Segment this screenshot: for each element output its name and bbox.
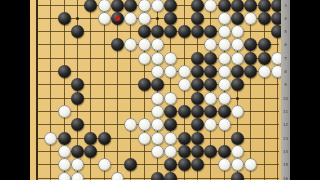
coordinate-label: 16 (281, 176, 290, 180)
go-stone-black[interactable] (164, 12, 177, 25)
go-stone-white[interactable] (151, 38, 164, 51)
hoshi-point (236, 97, 239, 100)
go-stone-white[interactable] (164, 92, 177, 105)
go-stone-black[interactable] (231, 12, 244, 25)
go-stone-black[interactable] (191, 145, 204, 158)
go-stone-black[interactable] (258, 12, 271, 25)
go-stone-black[interactable] (191, 105, 204, 118)
go-stone-white[interactable] (218, 25, 231, 38)
go-stone-black[interactable] (71, 25, 84, 38)
go-stone-white[interactable] (164, 65, 177, 78)
coordinate-label: 11 (281, 109, 290, 114)
go-stone-white[interactable] (58, 158, 71, 171)
letterbox-left (0, 0, 30, 180)
coordinate-label: 7 (281, 56, 290, 61)
go-stone-white[interactable] (218, 78, 231, 91)
go-stone-black[interactable] (111, 38, 124, 51)
go-stone-white[interactable] (151, 0, 164, 12)
go-stone-black[interactable] (164, 172, 177, 180)
go-stone-white[interactable] (138, 132, 151, 145)
go-stone-white[interactable] (178, 78, 191, 91)
go-stone-white[interactable] (164, 52, 177, 65)
go-stone-black[interactable] (84, 132, 97, 145)
go-stone-black[interactable] (178, 105, 191, 118)
go-stone-black[interactable] (231, 132, 244, 145)
go-stone-white[interactable] (151, 118, 164, 131)
go-stone-white[interactable] (218, 92, 231, 105)
go-stone-black[interactable] (231, 0, 244, 12)
go-stone-black[interactable] (58, 132, 71, 145)
go-stone-black[interactable] (58, 12, 71, 25)
go-stone-black[interactable] (204, 65, 217, 78)
coordinate-strip: 345678910111213141516 (281, 0, 290, 180)
go-stone-black[interactable] (191, 0, 204, 12)
go-stone-white[interactable] (231, 158, 244, 171)
go-stone-white[interactable] (138, 38, 151, 51)
go-stone-black[interactable] (191, 158, 204, 171)
go-stone-black[interactable] (204, 25, 217, 38)
go-stone-black[interactable] (58, 65, 71, 78)
go-stone-black[interactable] (218, 105, 231, 118)
go-stone-black[interactable] (191, 92, 204, 105)
go-stone-black[interactable] (178, 158, 191, 171)
go-stone-black[interactable] (244, 65, 257, 78)
go-game-screenshot: 345678910111213141516 (0, 0, 320, 180)
go-stone-black[interactable] (138, 78, 151, 91)
go-stone-black[interactable] (98, 132, 111, 145)
go-stone-white[interactable] (204, 92, 217, 105)
go-stone-black[interactable] (124, 158, 137, 171)
go-stone-white[interactable] (71, 172, 84, 180)
go-stone-white[interactable] (151, 105, 164, 118)
go-stone-white[interactable] (231, 38, 244, 51)
go-stone-white[interactable] (111, 172, 124, 180)
go-stone-black[interactable] (164, 118, 177, 131)
go-stone-black[interactable] (71, 118, 84, 131)
go-stone-white[interactable] (218, 118, 231, 131)
go-stone-white[interactable] (164, 145, 177, 158)
go-stone-black[interactable] (164, 25, 177, 38)
go-stone-black[interactable] (191, 52, 204, 65)
go-stone-white[interactable] (58, 172, 71, 180)
go-stone-white[interactable] (124, 38, 137, 51)
go-stone-black[interactable] (191, 65, 204, 78)
go-stone-black[interactable] (84, 0, 97, 12)
go-stone-black[interactable] (231, 78, 244, 91)
go-stone-white[interactable] (231, 25, 244, 38)
go-stone-white[interactable] (218, 52, 231, 65)
go-stone-black[interactable] (151, 25, 164, 38)
go-stone-black[interactable] (191, 118, 204, 131)
go-stone-white[interactable] (71, 158, 84, 171)
go-stone-black[interactable] (191, 132, 204, 145)
board-gridline-v (36, 0, 38, 180)
letterbox-right (290, 0, 320, 180)
coordinate-label: 12 (281, 122, 290, 127)
go-stone-white[interactable] (231, 145, 244, 158)
go-stone-white[interactable] (98, 158, 111, 171)
go-stone-white[interactable] (124, 118, 137, 131)
go-stone-white[interactable] (231, 105, 244, 118)
go-stone-white[interactable] (178, 65, 191, 78)
coordinate-label: 6 (281, 42, 290, 47)
go-stone-black[interactable] (178, 145, 191, 158)
coordinate-label: 14 (281, 149, 290, 154)
go-stone-black[interactable] (151, 78, 164, 91)
go-stone-white[interactable] (138, 118, 151, 131)
hoshi-point (76, 17, 79, 20)
go-stone-black[interactable] (258, 38, 271, 51)
coordinate-label: 8 (281, 69, 290, 74)
coordinate-label: 5 (281, 29, 290, 34)
go-stone-white[interactable] (164, 132, 177, 145)
last-move-marker (115, 16, 120, 21)
go-stone-white[interactable] (98, 0, 111, 12)
go-stone-white[interactable] (244, 12, 257, 25)
go-stone-black[interactable] (164, 158, 177, 171)
go-stone-white[interactable] (98, 12, 111, 25)
go-stone-white[interactable] (124, 12, 137, 25)
coordinate-label: 9 (281, 82, 290, 87)
coordinate-label: 13 (281, 136, 290, 141)
hoshi-point (156, 17, 159, 20)
go-stone-white[interactable] (44, 132, 57, 145)
go-stone-white[interactable] (204, 38, 217, 51)
board-gridline-v (250, 0, 251, 180)
go-stone-black[interactable] (204, 78, 217, 91)
board-gridline-v (130, 0, 131, 180)
go-stone-black[interactable] (164, 0, 177, 12)
board-gridline-v (117, 0, 118, 180)
go-stone-black[interactable] (218, 0, 231, 12)
go-stone-black[interactable] (71, 92, 84, 105)
go-stone-black[interactable] (164, 105, 177, 118)
go-stone-white[interactable] (218, 65, 231, 78)
go-stone-black[interactable] (138, 25, 151, 38)
go-stone-black[interactable] (151, 172, 164, 180)
go-stone-black[interactable] (124, 0, 137, 12)
go-stone-black[interactable] (204, 52, 217, 65)
go-stone-black[interactable] (258, 52, 271, 65)
board-gridline-v (104, 0, 105, 180)
go-stone-white[interactable] (218, 12, 231, 25)
go-stone-black[interactable] (204, 105, 217, 118)
go-stone-white[interactable] (151, 52, 164, 65)
coordinate-label: 15 (281, 162, 290, 167)
go-stone-white[interactable] (244, 158, 257, 171)
go-stone-black[interactable] (244, 52, 257, 65)
go-stone-white[interactable] (204, 0, 217, 12)
go-stone-white[interactable] (151, 92, 164, 105)
go-stone-black[interactable] (71, 145, 84, 158)
go-stone-white[interactable] (151, 65, 164, 78)
go-stone-white[interactable] (138, 52, 151, 65)
coordinate-label: 4 (281, 16, 290, 21)
go-stone-black[interactable] (178, 25, 191, 38)
go-stone-black[interactable] (204, 145, 217, 158)
coordinate-label: 10 (281, 96, 290, 101)
go-stone-white[interactable] (151, 145, 164, 158)
go-stone-black[interactable] (111, 12, 124, 25)
go-stone-black[interactable] (244, 0, 257, 12)
go-stone-white[interactable] (138, 0, 151, 12)
go-stone-white[interactable] (138, 12, 151, 25)
go-stone-black[interactable] (258, 0, 271, 12)
go-stone-white[interactable] (231, 52, 244, 65)
go-stone-black[interactable] (84, 145, 97, 158)
go-stone-white[interactable] (218, 38, 231, 51)
go-stone-black[interactable] (191, 12, 204, 25)
go-stone-black[interactable] (71, 78, 84, 91)
coordinate-label: 3 (281, 3, 290, 8)
board-gridline-v (264, 0, 265, 180)
go-stone-white[interactable] (204, 118, 217, 131)
go-stone-black[interactable] (244, 38, 257, 51)
go-stone-black[interactable] (191, 78, 204, 91)
go-stone-white[interactable] (258, 65, 271, 78)
go-board[interactable] (30, 0, 281, 180)
go-stone-black[interactable] (178, 132, 191, 145)
board-gridline-v (50, 0, 51, 180)
go-stone-black[interactable] (218, 145, 231, 158)
go-stone-white[interactable] (218, 158, 231, 171)
go-stone-black[interactable] (191, 25, 204, 38)
go-stone-white[interactable] (151, 132, 164, 145)
go-stone-black[interactable] (231, 172, 244, 180)
go-stone-white[interactable] (58, 145, 71, 158)
go-stone-white[interactable] (58, 105, 71, 118)
go-stone-black[interactable] (231, 65, 244, 78)
go-stone-black[interactable] (111, 0, 124, 12)
